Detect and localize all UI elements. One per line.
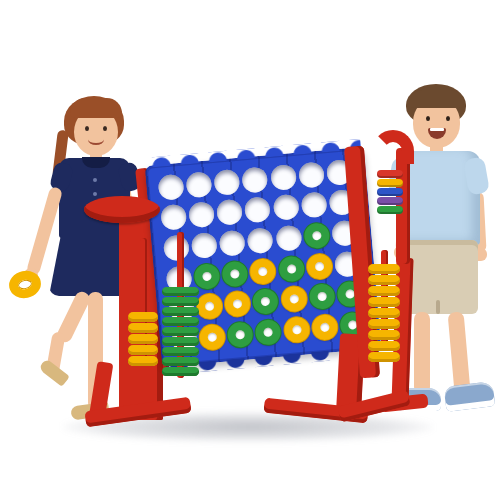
cell-r6c2-yellow-disc	[199, 324, 226, 351]
boy-shorts-split	[436, 300, 440, 314]
green-storage-ring[interactable]	[162, 357, 199, 366]
cell-r4c3-green-disc	[222, 260, 249, 287]
cell-r2c2-empty	[188, 202, 215, 229]
girl-dress-button	[93, 192, 97, 196]
yellow-storage-ring[interactable]	[128, 356, 158, 366]
cell-r5c3-yellow-disc	[224, 291, 251, 318]
boy-leg-right	[448, 311, 471, 392]
girl-dress-button	[93, 178, 97, 182]
yellow-ring-stack-left[interactable]	[128, 312, 158, 366]
boy-teeth	[430, 128, 444, 131]
cell-r4c2-green-disc	[193, 263, 220, 290]
yellow-storage-ring[interactable]	[368, 297, 400, 307]
yellow-ring-stack-right[interactable]	[368, 264, 400, 362]
cell-r1c3-empty	[214, 169, 241, 196]
blue-toss-ring[interactable]	[377, 188, 403, 196]
girl-fringe	[70, 98, 122, 118]
cell-r6c6-yellow-disc	[311, 314, 338, 341]
cell-r5c4-green-disc	[252, 288, 279, 315]
cell-r1c4-empty	[242, 166, 269, 193]
green-storage-ring[interactable]	[162, 347, 199, 356]
boy-leg-left	[414, 312, 430, 394]
cell-r3c5-empty	[275, 225, 302, 252]
boy-sneaker-right	[444, 381, 496, 412]
green-ring-stack-left[interactable]	[162, 287, 199, 376]
product-photo-scene	[0, 0, 500, 500]
cell-r2c3-empty	[216, 199, 243, 226]
cell-r3c3-empty	[219, 230, 246, 257]
cell-r6c4-green-disc	[255, 319, 282, 346]
yellow-storage-ring[interactable]	[368, 264, 400, 274]
cell-r5c6-green-disc	[309, 283, 336, 310]
cell-r1c2-empty	[185, 171, 212, 198]
cell-r1c6-empty	[298, 161, 325, 188]
green-toss-ring[interactable]	[377, 206, 403, 214]
cell-r4c4-yellow-disc	[250, 258, 277, 285]
girl-smile	[88, 134, 104, 145]
green-storage-ring[interactable]	[162, 337, 199, 346]
cell-r2c6-empty	[301, 192, 328, 219]
yellow-storage-ring[interactable]	[368, 352, 400, 362]
green-storage-ring[interactable]	[162, 297, 199, 306]
girl-eye-left	[85, 126, 89, 131]
yellow-storage-ring[interactable]	[368, 286, 400, 296]
cell-r1c5-empty	[270, 164, 297, 191]
yellow-storage-ring[interactable]	[368, 275, 400, 285]
cell-r3c2-empty	[191, 232, 218, 259]
green-storage-ring[interactable]	[162, 367, 199, 376]
purple-toss-ring[interactable]	[377, 197, 403, 205]
cell-r2c4-empty	[244, 197, 271, 224]
red-disc-tray[interactable]	[84, 196, 160, 223]
cell-r2c1-empty	[160, 204, 187, 231]
yellow-storage-ring[interactable]	[128, 334, 158, 344]
green-storage-ring[interactable]	[162, 317, 199, 326]
green-storage-ring[interactable]	[162, 287, 199, 296]
cell-r6c5-yellow-disc	[283, 316, 310, 343]
yellow-storage-ring[interactable]	[368, 308, 400, 318]
boy-eye-left	[426, 116, 430, 121]
cell-r4c5-green-disc	[278, 255, 305, 282]
hook-ring-stack[interactable]	[377, 170, 403, 214]
yellow-storage-ring[interactable]	[128, 312, 158, 322]
red-toss-ring[interactable]	[377, 170, 403, 178]
yellow-storage-ring[interactable]	[368, 341, 400, 351]
ring-hook-curve	[372, 130, 414, 164]
yellow-storage-ring[interactable]	[368, 330, 400, 340]
cell-r5c5-yellow-disc	[281, 286, 308, 313]
boy-eye-right	[446, 116, 450, 121]
yellow-storage-ring[interactable]	[368, 319, 400, 329]
cell-r6c3-green-disc	[227, 321, 254, 348]
yellow-toss-ring[interactable]	[377, 179, 403, 187]
cell-r5c2-yellow-disc	[196, 293, 223, 320]
green-storage-ring[interactable]	[162, 327, 199, 336]
cell-r3c6-green-disc	[303, 222, 330, 249]
cell-r2c5-empty	[273, 194, 300, 221]
girl-eye-right	[103, 126, 107, 131]
yellow-storage-ring[interactable]	[128, 345, 158, 355]
cell-r1c1-empty	[157, 174, 184, 201]
yellow-storage-ring[interactable]	[128, 323, 158, 333]
cell-r3c4-empty	[247, 227, 274, 254]
green-storage-ring[interactable]	[162, 307, 199, 316]
boy-fringe	[409, 90, 464, 108]
cell-r4c6-yellow-disc	[306, 253, 333, 280]
